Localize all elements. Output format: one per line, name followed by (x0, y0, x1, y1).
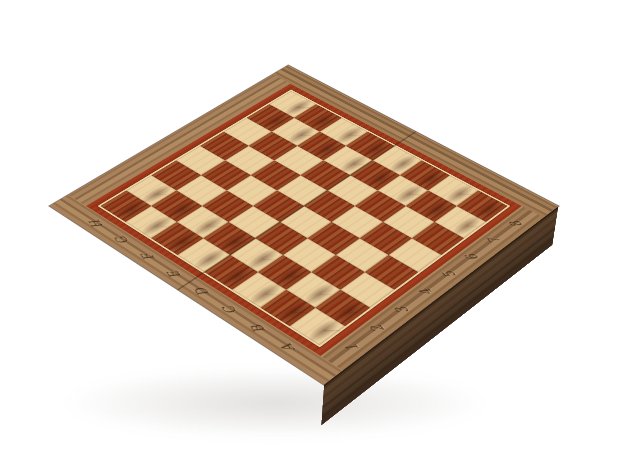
cream-pawn-glyph: ♟ (366, 148, 397, 182)
cream-pawn-glyph: ♟ (394, 163, 425, 198)
cream-pawn-glyph: ♟ (422, 178, 453, 213)
chess-set-photo: HGFEDCBA 12345678 ♜♞♝♛♚♝♞♜♟♟♟♟♟♟♟♟♟♟♟♟♟♟… (0, 0, 624, 470)
red-rook-glyph: ♜ (301, 284, 347, 335)
board-top: HGFEDCBA 12345678 ♜♞♝♛♚♝♞♜♟♟♟♟♟♟♟♟♟♟♟♟♟♟… (49, 65, 558, 384)
board-assembly: HGFEDCBA 12345678 ♜♞♝♛♚♝♞♜♟♟♟♟♟♟♟♟♟♟♟♟♟♟… (49, 65, 558, 384)
ground-shadow (60, 368, 490, 438)
cream-pawn-glyph: ♟ (451, 194, 483, 230)
cream-pawn-glyph: ♟ (339, 133, 369, 167)
